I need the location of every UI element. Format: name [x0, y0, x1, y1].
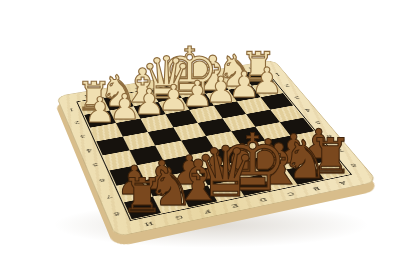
coord-label-right-2: 2: [283, 83, 290, 87]
coord-label-left-5: 5: [92, 162, 99, 167]
square-a7: [300, 145, 336, 164]
coord-label-right-3: 3: [293, 95, 300, 99]
square-f5: [155, 141, 189, 160]
square-b7: [275, 149, 311, 169]
square-c8: [260, 169, 297, 190]
square-b6: [265, 136, 300, 155]
file-labels-near: HGFEDCBA: [131, 175, 358, 231]
square-h6: [109, 165, 144, 186]
coord-label-near-A: A: [338, 180, 347, 186]
chess-set-photo: HGFEDCBA HGFEDCBA 12345678 12345678 ♜♞♝♚…: [0, 0, 400, 254]
square-f8: [180, 185, 217, 207]
square-c7: [250, 154, 286, 174]
coord-label-far-A: A: [247, 66, 254, 70]
coord-label-left-1: 1: [68, 107, 74, 112]
coord-label-far-E: E: [156, 81, 163, 85]
square-h5: [103, 150, 137, 170]
coord-label-near-D: D: [258, 196, 268, 202]
chess-board: HGFEDCBA HGFEDCBA 12345678 12345678: [56, 60, 378, 238]
square-e5: [181, 136, 215, 155]
coord-label-right-8: 8: [349, 162, 358, 167]
board-top-face: HGFEDCBA HGFEDCBA 12345678 12345678: [56, 60, 378, 238]
square-f7: [171, 170, 207, 191]
coord-label-left-3: 3: [79, 133, 86, 138]
coord-label-right-5: 5: [314, 120, 322, 125]
coord-label-left-6: 6: [98, 177, 105, 183]
square-e7: [198, 165, 234, 186]
square-g7: [144, 175, 180, 196]
coord-label-far-F: F: [133, 85, 140, 89]
square-d6: [215, 145, 250, 164]
coord-label-near-B: B: [312, 185, 321, 191]
square-h8: [124, 196, 161, 219]
perspective-scene: HGFEDCBA HGFEDCBA 12345678 12345678: [0, 0, 400, 254]
square-f6: [163, 155, 198, 175]
coord-label-near-C: C: [285, 191, 295, 197]
square-a8: [312, 159, 349, 179]
coord-label-near-F: F: [203, 208, 212, 214]
square-e8: [207, 180, 244, 202]
coord-label-far-B: B: [225, 70, 232, 74]
square-h4: [96, 136, 129, 155]
square-g5: [129, 146, 163, 165]
coord-label-far-D: D: [179, 77, 187, 81]
square-e6: [189, 150, 224, 170]
coord-label-far-G: G: [109, 89, 117, 94]
square-g8: [152, 191, 189, 213]
square-b8: [286, 164, 323, 185]
coord-label-right-7: 7: [337, 147, 345, 152]
square-c6: [240, 140, 275, 159]
coord-label-near-H: H: [144, 220, 154, 227]
square-g6: [136, 160, 171, 180]
coord-label-left-8: 8: [113, 210, 121, 216]
square-h7: [116, 180, 152, 202]
coord-label-left-7: 7: [105, 193, 113, 199]
coord-label-right-4: 4: [303, 107, 311, 112]
square-d8: [234, 174, 271, 195]
coord-label-right-6: 6: [325, 134, 333, 139]
coord-label-near-E: E: [230, 202, 239, 208]
coord-label-right-1: 1: [274, 72, 281, 76]
square-d7: [224, 159, 260, 179]
coord-label-far-H: H: [84, 93, 92, 98]
coord-label-left-2: 2: [74, 120, 81, 125]
coord-label-far-C: C: [203, 73, 211, 77]
coord-label-near-G: G: [174, 214, 184, 221]
coord-label-left-4: 4: [85, 147, 92, 152]
